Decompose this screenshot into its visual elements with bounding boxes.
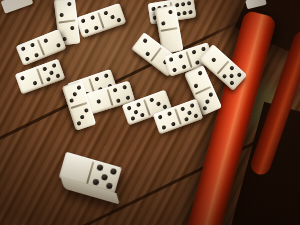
- pip: [167, 111, 172, 116]
- pip: [42, 66, 47, 71]
- pip: [161, 20, 166, 25]
- pip: [113, 88, 118, 93]
- pip: [136, 102, 141, 107]
- pip: [161, 124, 166, 129]
- pip: [130, 115, 135, 120]
- pip: [133, 109, 138, 114]
- pip: [149, 97, 154, 102]
- pip: [80, 114, 85, 119]
- pip: [184, 116, 189, 121]
- pip: [46, 76, 51, 81]
- pip: [126, 105, 131, 110]
- pip: [43, 37, 48, 42]
- pip: [84, 28, 89, 33]
- pip: [109, 168, 116, 175]
- pip: [93, 25, 98, 30]
- pip: [172, 66, 177, 71]
- pip: [77, 120, 82, 125]
- pip: [229, 65, 235, 71]
- pip: [110, 14, 115, 19]
- pip: [178, 54, 183, 59]
- tile-fragment[interactable]: [1, 0, 34, 13]
- pip: [116, 17, 121, 22]
- pip: [169, 57, 174, 62]
- pip: [158, 114, 163, 119]
- pip: [187, 1, 192, 6]
- pip: [162, 103, 167, 108]
- pip: [198, 70, 203, 75]
- domino-tile-4-3[interactable]: [76, 3, 126, 38]
- pip: [193, 83, 198, 88]
- pip: [140, 112, 145, 117]
- pip: [190, 102, 195, 107]
- pip: [116, 97, 121, 102]
- pip: [83, 107, 88, 112]
- pip: [203, 105, 208, 110]
- pip: [205, 98, 210, 103]
- pip: [81, 18, 86, 23]
- pip: [25, 55, 30, 60]
- pip: [96, 98, 101, 103]
- pip: [211, 56, 217, 62]
- pip: [182, 10, 187, 15]
- pip: [90, 15, 95, 20]
- pip: [229, 80, 235, 86]
- pip: [103, 10, 108, 15]
- pip: [52, 62, 57, 67]
- pip: [30, 42, 35, 47]
- pip: [105, 181, 112, 188]
- pip: [237, 72, 243, 78]
- tile-half-2-pips: [54, 0, 78, 21]
- pip: [104, 73, 109, 78]
- pip: [192, 49, 197, 54]
- pip: [67, 1, 71, 5]
- pip: [208, 91, 213, 96]
- pip: [156, 100, 161, 105]
- tile-half-2-pips: [155, 5, 180, 30]
- pip: [229, 72, 235, 78]
- pip: [49, 69, 54, 74]
- pip: [95, 76, 100, 81]
- pip: [21, 46, 26, 51]
- pip: [170, 121, 175, 126]
- pip: [143, 37, 149, 43]
- pip: [201, 46, 206, 51]
- pip: [188, 9, 193, 14]
- pip: [93, 177, 100, 184]
- pip: [34, 52, 39, 57]
- pip: [96, 164, 103, 171]
- pip: [168, 9, 173, 14]
- pip: [56, 42, 61, 47]
- pip: [181, 63, 186, 68]
- pip: [180, 106, 185, 111]
- pip: [32, 80, 37, 85]
- pip: [73, 91, 78, 96]
- pip: [59, 12, 63, 16]
- pip: [145, 51, 151, 57]
- pip: [20, 75, 25, 80]
- pip: [76, 84, 81, 89]
- pip: [125, 94, 130, 99]
- pip: [101, 173, 108, 180]
- pip: [56, 73, 61, 78]
- pip: [194, 113, 199, 118]
- dominoes-table-scene: [0, 0, 300, 225]
- pip: [181, 2, 186, 7]
- standing-domino-0-5[interactable]: [56, 151, 122, 202]
- pip: [187, 109, 192, 114]
- pip: [122, 85, 127, 90]
- pip: [70, 98, 75, 103]
- pip: [70, 25, 74, 29]
- pip: [222, 73, 228, 79]
